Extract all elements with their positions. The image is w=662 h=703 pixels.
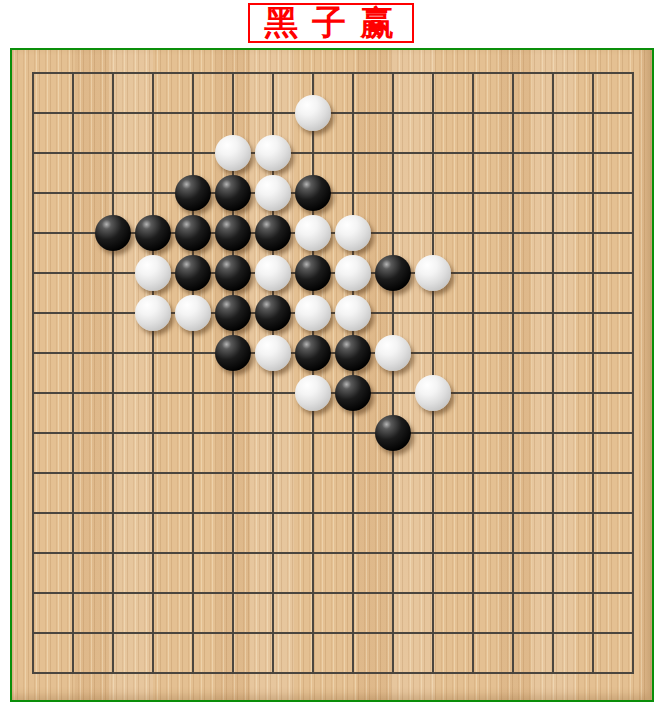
white-stone bbox=[335, 215, 371, 251]
white-stone bbox=[255, 335, 291, 371]
result-banner: 黑子赢 bbox=[0, 3, 662, 43]
white-stone bbox=[295, 95, 331, 131]
black-stone bbox=[215, 295, 251, 331]
black-stone bbox=[375, 415, 411, 451]
black-stone bbox=[295, 255, 331, 291]
stones-layer bbox=[12, 50, 652, 700]
white-stone bbox=[255, 175, 291, 211]
black-stone bbox=[295, 175, 331, 211]
white-stone bbox=[255, 255, 291, 291]
white-stone bbox=[135, 295, 171, 331]
white-stone bbox=[175, 295, 211, 331]
black-stone bbox=[135, 215, 171, 251]
result-text: 黑子赢 bbox=[248, 3, 414, 43]
white-stone bbox=[335, 295, 371, 331]
black-stone bbox=[335, 375, 371, 411]
black-stone bbox=[255, 215, 291, 251]
white-stone bbox=[215, 135, 251, 171]
black-stone bbox=[175, 255, 211, 291]
white-stone bbox=[255, 135, 291, 171]
black-stone bbox=[215, 175, 251, 211]
page: 黑子赢 bbox=[0, 0, 662, 703]
black-stone bbox=[335, 335, 371, 371]
white-stone bbox=[415, 255, 451, 291]
black-stone bbox=[215, 215, 251, 251]
black-stone bbox=[255, 295, 291, 331]
black-stone bbox=[175, 215, 211, 251]
white-stone bbox=[415, 375, 451, 411]
black-stone bbox=[95, 215, 131, 251]
black-stone bbox=[295, 335, 331, 371]
black-stone bbox=[375, 255, 411, 291]
white-stone bbox=[295, 295, 331, 331]
black-stone bbox=[175, 175, 211, 211]
white-stone bbox=[335, 255, 371, 291]
white-stone bbox=[295, 375, 331, 411]
gomoku-board[interactable] bbox=[10, 48, 654, 702]
black-stone bbox=[215, 255, 251, 291]
white-stone bbox=[295, 215, 331, 251]
white-stone bbox=[135, 255, 171, 291]
white-stone bbox=[375, 335, 411, 371]
black-stone bbox=[215, 335, 251, 371]
